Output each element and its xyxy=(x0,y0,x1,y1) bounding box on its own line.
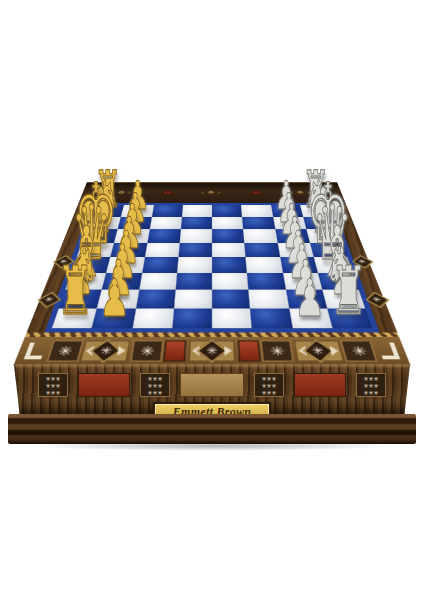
square-1-2[interactable] xyxy=(149,217,181,229)
star-inlay-icon: ✳ xyxy=(46,340,83,361)
square-4-4[interactable] xyxy=(212,257,247,273)
floor-shadow xyxy=(28,441,396,451)
chess-set-photo: ‹❖›‹❖›‹❖› ✳✳✳✳✳✳✳ ✳✳✳✳ ✳✳✳ ✳✳✳ ✳✳✳✳✳✳ ✳✳… xyxy=(0,0,424,600)
square-1-5[interactable] xyxy=(242,217,274,229)
square-4-3[interactable] xyxy=(177,257,212,273)
red-inlay-tile xyxy=(237,340,260,361)
square-3-2[interactable] xyxy=(144,243,179,257)
square-3-3[interactable] xyxy=(178,243,212,257)
diamond-star-inlay-icon: ✳ xyxy=(188,340,235,361)
box-drawer-front: ✳✳✳ ✳✳✳ ✳✳✳✳✳✳ ✳✳✳ ✳✳✳✳✳✳ ✳✳✳ ✳✳✳✳✳✳ ✳✳✳… xyxy=(14,364,410,414)
red-inlay-tick xyxy=(162,190,173,194)
square-5-2[interactable] xyxy=(139,273,177,290)
square-4-5[interactable] xyxy=(246,257,283,273)
red-inlay-panel xyxy=(78,373,130,397)
square-7-5[interactable] xyxy=(250,308,292,328)
square-5-5[interactable] xyxy=(247,273,285,290)
star-grid-inlay-icon: ✳✳✳ ✳✳✳ ✳✳✳ xyxy=(254,373,284,397)
square-2-5[interactable] xyxy=(243,229,277,242)
square-7-4[interactable] xyxy=(212,308,252,328)
red-inlay-tile xyxy=(164,340,187,361)
star-inlay-icon: ✳ xyxy=(130,340,164,361)
square-2-2[interactable] xyxy=(147,229,181,242)
corner-l-inlay-icon xyxy=(373,340,406,361)
square-0-4[interactable] xyxy=(212,205,242,217)
square-1-4[interactable] xyxy=(212,217,243,229)
square-5-3[interactable] xyxy=(175,273,212,290)
diamond-star-inlay-icon: ✳ xyxy=(80,340,131,361)
box-base-molding xyxy=(8,414,416,444)
square-7-3[interactable] xyxy=(172,308,212,328)
star-inlay-icon: ✳ xyxy=(260,340,294,361)
arrow-diamond-motif-icon: ‹❖› xyxy=(201,190,223,195)
piece-gold-pawn[interactable]: ♟ xyxy=(99,272,130,324)
near-border-inlay: ✳✳✳✳✳✳✳ xyxy=(13,337,410,366)
square-6-3[interactable] xyxy=(174,290,212,308)
square-6-2[interactable] xyxy=(135,290,175,308)
piece-gold-rook[interactable]: ♜ xyxy=(57,257,94,324)
star-grid-inlay-icon: ✳✳✳ ✳✳✳ ✳✳✳ xyxy=(38,373,68,397)
square-2-3[interactable] xyxy=(179,229,212,242)
square-0-3[interactable] xyxy=(182,205,212,217)
square-3-4[interactable] xyxy=(212,243,246,257)
piece-silver-rook[interactable]: ♜ xyxy=(330,257,367,324)
square-4-2[interactable] xyxy=(142,257,179,273)
star-grid-inlay-icon: ✳✳✳ ✳✳✳ ✳✳✳ xyxy=(140,373,170,397)
square-2-4[interactable] xyxy=(212,229,245,242)
square-7-2[interactable] xyxy=(132,308,174,328)
square-6-4[interactable] xyxy=(212,290,250,308)
front-inlay-tiles: ✳✳✳ ✳✳✳ ✳✳✳✳✳✳ ✳✳✳ ✳✳✳✳✳✳ ✳✳✳ ✳✳✳✳✳✳ ✳✳✳… xyxy=(14,373,410,397)
diamond-star-inlay-icon: ✳ xyxy=(293,340,344,361)
star-grid-inlay-icon: ✳✳✳ ✳✳✳ ✳✳✳ xyxy=(356,373,386,397)
red-inlay-tick xyxy=(251,190,262,194)
square-5-4[interactable] xyxy=(212,273,249,290)
square-0-5[interactable] xyxy=(241,205,272,217)
square-0-2[interactable] xyxy=(151,205,182,217)
square-3-5[interactable] xyxy=(245,243,280,257)
red-inlay-panel xyxy=(294,373,346,397)
square-6-5[interactable] xyxy=(249,290,289,308)
piece-silver-pawn[interactable]: ♟ xyxy=(294,272,325,324)
square-1-3[interactable] xyxy=(181,217,212,229)
wood-inlay-panel xyxy=(180,373,244,397)
star-inlay-icon: ✳ xyxy=(341,340,378,361)
